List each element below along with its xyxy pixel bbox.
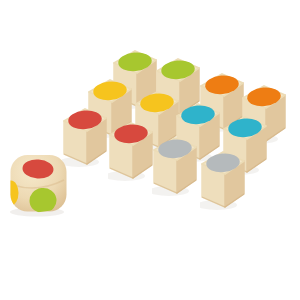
die-graphic	[8, 153, 70, 217]
cube-grid	[0, 0, 300, 300]
cube-graphic	[200, 151, 246, 213]
cube-graphic	[152, 137, 198, 199]
memory-cube-gray-r2c3[interactable]	[200, 151, 246, 213]
cube-graphic	[108, 122, 154, 184]
color-die[interactable]	[8, 153, 70, 217]
memory-cube-red-r2c1[interactable]	[108, 122, 154, 184]
scene	[0, 0, 300, 300]
memory-cube-gray-r2c2[interactable]	[152, 137, 198, 199]
